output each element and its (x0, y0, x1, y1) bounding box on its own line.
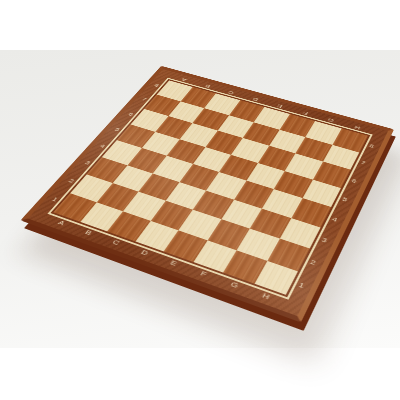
product-photo-scene: ABCDEFGH ABCDEFGH 87654321 87654321 (0, 0, 400, 400)
